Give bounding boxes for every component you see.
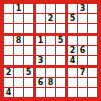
sudoku-board: 13258152634257684	[0, 0, 101, 101]
sudoku-cell-r1c4[interactable]	[36, 4, 46, 14]
sudoku-cell-r5c5[interactable]	[46, 46, 56, 56]
sudoku-cell-r3c7[interactable]	[68, 24, 78, 36]
sudoku-cell-r9c7[interactable]	[68, 88, 78, 97]
sudoku-cell-r8c1[interactable]	[4, 78, 14, 88]
sudoku-cell-r8c3[interactable]	[24, 78, 36, 88]
sudoku-cell-r7c7[interactable]	[68, 68, 78, 78]
sudoku-cell-r4c1[interactable]	[4, 36, 14, 46]
sudoku-cell-r8c7[interactable]	[68, 78, 78, 88]
sudoku-cell-r9c9[interactable]	[88, 88, 97, 97]
sudoku-cell-r3c8[interactable]	[78, 24, 88, 36]
sudoku-cell-r2c1[interactable]	[4, 14, 14, 24]
sudoku-cell-r4c9[interactable]	[88, 36, 97, 46]
sudoku-cell-r7c1[interactable]: 2	[4, 68, 14, 78]
sudoku-cell-r1c6[interactable]	[56, 4, 68, 14]
sudoku-cell-r6c6[interactable]	[56, 56, 68, 68]
sudoku-cell-r8c9[interactable]	[88, 78, 97, 88]
sudoku-cell-r7c2[interactable]	[14, 68, 24, 78]
sudoku-cell-r4c7[interactable]	[68, 36, 78, 46]
sudoku-cell-r7c6[interactable]	[56, 68, 68, 78]
sudoku-cell-r7c9[interactable]	[88, 68, 97, 78]
sudoku-cell-r3c9[interactable]	[88, 24, 97, 36]
sudoku-cell-r3c2[interactable]	[14, 24, 24, 36]
sudoku-cell-r3c3[interactable]	[24, 24, 36, 36]
sudoku-cell-r5c2[interactable]	[14, 46, 24, 56]
sudoku-cell-r4c2[interactable]: 8	[14, 36, 24, 46]
sudoku-cell-r6c3[interactable]	[24, 56, 36, 68]
sudoku-cell-r8c6[interactable]	[56, 78, 68, 88]
sudoku-cell-r5c9[interactable]	[88, 46, 97, 56]
sudoku-cell-r9c6[interactable]	[56, 88, 68, 97]
sudoku-cell-r5c1[interactable]	[4, 46, 14, 56]
sudoku-cell-r9c3[interactable]	[24, 88, 36, 97]
sudoku-cell-r2c5[interactable]: 2	[46, 14, 56, 24]
sudoku-cell-r4c6[interactable]: 5	[56, 36, 68, 46]
sudoku-cell-r9c1[interactable]: 4	[4, 88, 14, 97]
sudoku-cell-r3c1[interactable]	[4, 24, 14, 36]
sudoku-cell-r8c8[interactable]	[78, 78, 88, 88]
sudoku-cell-r6c4[interactable]: 3	[36, 56, 46, 68]
sudoku-cell-r2c6[interactable]	[56, 14, 68, 24]
sudoku-cell-r7c4[interactable]	[36, 68, 46, 78]
sudoku-cell-r6c1[interactable]	[4, 56, 14, 68]
sudoku-cell-r9c5[interactable]	[46, 88, 56, 97]
sudoku-cell-r9c8[interactable]	[78, 88, 88, 97]
sudoku-cell-r9c4[interactable]	[36, 88, 46, 97]
sudoku-cell-r7c8[interactable]: 7	[78, 68, 88, 78]
sudoku-cell-r3c6[interactable]	[56, 24, 68, 36]
sudoku-cell-r8c5[interactable]: 8	[46, 78, 56, 88]
sudoku-cell-r8c4[interactable]: 6	[36, 78, 46, 88]
sudoku-cell-r1c1[interactable]	[4, 4, 14, 14]
sudoku-cell-r9c2[interactable]	[14, 88, 24, 97]
sudoku-cell-r2c7[interactable]: 5	[68, 14, 78, 24]
sudoku-cell-r1c8[interactable]: 3	[78, 4, 88, 14]
sudoku-cell-r4c8[interactable]	[78, 36, 88, 46]
sudoku-cell-r4c5[interactable]	[46, 36, 56, 46]
sudoku-cell-r1c5[interactable]	[46, 4, 56, 14]
sudoku-cell-r6c9[interactable]	[88, 56, 97, 68]
sudoku-cell-r2c9[interactable]	[88, 14, 97, 24]
sudoku-cell-r3c5[interactable]	[46, 24, 56, 36]
sudoku-cell-r2c8[interactable]	[78, 14, 88, 24]
sudoku-cell-r5c6[interactable]	[56, 46, 68, 56]
sudoku-cell-r6c5[interactable]	[46, 56, 56, 68]
sudoku-cell-r1c3[interactable]	[24, 4, 36, 14]
sudoku-cell-r6c2[interactable]	[14, 56, 24, 68]
sudoku-cell-r1c2[interactable]: 1	[14, 4, 24, 14]
sudoku-cell-r5c7[interactable]: 2	[68, 46, 78, 56]
sudoku-cell-r5c8[interactable]: 6	[78, 46, 88, 56]
sudoku-cell-r6c7[interactable]: 4	[68, 56, 78, 68]
sudoku-cell-r2c2[interactable]	[14, 14, 24, 24]
sudoku-cell-r5c4[interactable]	[36, 46, 46, 56]
sudoku-cell-r4c4[interactable]: 1	[36, 36, 46, 46]
sudoku-cell-r7c5[interactable]	[46, 68, 56, 78]
sudoku-cell-r5c3[interactable]	[24, 46, 36, 56]
sudoku-cell-r2c3[interactable]	[24, 14, 36, 24]
sudoku-cell-r6c8[interactable]	[78, 56, 88, 68]
sudoku-cell-r2c4[interactable]	[36, 14, 46, 24]
sudoku-cell-r1c7[interactable]	[68, 4, 78, 14]
sudoku-cell-r1c9[interactable]	[88, 4, 97, 14]
sudoku-cell-r7c3[interactable]: 5	[24, 68, 36, 78]
sudoku-cell-r4c3[interactable]	[24, 36, 36, 46]
sudoku-cell-r8c2[interactable]	[14, 78, 24, 88]
sudoku-cell-r3c4[interactable]	[36, 24, 46, 36]
